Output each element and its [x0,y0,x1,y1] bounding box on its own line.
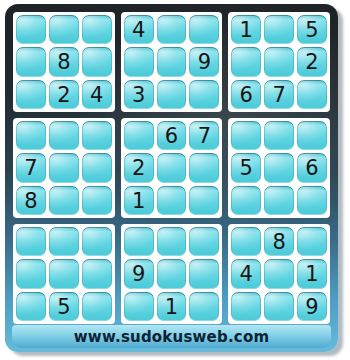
cell-digit: 8 [24,191,37,212]
cell-r7c2[interactable] [49,227,79,256]
sudoku-box-3: 15267 [228,12,330,112]
sudoku-box-1: 824 [13,12,115,112]
cell-digit: 8 [272,232,285,253]
cell-r3c1[interactable] [16,80,46,109]
cell-r6c4[interactable]: 1 [124,186,154,215]
cell-r2c7[interactable] [231,47,261,76]
sudoku-box-8: 91 [121,224,223,324]
sudoku-grid: 82449315267786721565918419 [13,12,330,324]
cell-r4c1[interactable] [16,121,46,150]
cell-r9c1[interactable] [16,292,46,321]
cell-r5c3[interactable] [82,153,112,182]
cell-r3c4[interactable]: 3 [124,80,154,109]
cell-r4c3[interactable] [82,121,112,150]
cell-r9c6[interactable] [189,292,219,321]
cell-r6c5[interactable] [157,186,187,215]
cell-r8c8[interactable] [264,259,294,288]
cell-r5c6[interactable] [189,153,219,182]
cell-r9c5[interactable]: 1 [157,292,187,321]
cell-digit: 2 [57,85,70,106]
cell-r7c5[interactable] [157,227,187,256]
cell-r9c2[interactable]: 5 [49,292,79,321]
footer-bar: www.sudokusweb.com [12,325,331,348]
cell-r8c3[interactable] [82,259,112,288]
cell-r6c7[interactable] [231,186,261,215]
cell-r2c5[interactable] [157,47,187,76]
cell-r5c5[interactable] [157,153,187,182]
cell-r4c9[interactable] [297,121,327,150]
cell-r6c2[interactable] [49,186,79,215]
cell-r5c9[interactable]: 6 [297,153,327,182]
cell-r3c7[interactable]: 6 [231,80,261,109]
cell-r1c8[interactable] [264,15,294,44]
page: 82449315267786721565918419 www.sudokuswe… [0,0,350,360]
cell-r8c1[interactable] [16,259,46,288]
cell-r7c1[interactable] [16,227,46,256]
cell-r3c2[interactable]: 2 [49,80,79,109]
cell-digit: 4 [240,264,253,285]
cell-r6c8[interactable] [264,186,294,215]
cell-r2c9[interactable]: 2 [297,47,327,76]
sudoku-box-6: 56 [228,118,330,218]
cell-r9c7[interactable] [231,292,261,321]
cell-r4c5[interactable]: 6 [157,121,187,150]
cell-r8c6[interactable] [189,259,219,288]
cell-r5c1[interactable]: 7 [16,153,46,182]
cell-r3c3[interactable]: 4 [82,80,112,109]
cell-digit: 6 [165,126,178,147]
cell-r1c7[interactable]: 1 [231,15,261,44]
site-url[interactable]: www.sudokusweb.com [74,328,269,346]
sudoku-box-2: 493 [121,12,223,112]
cell-r9c8[interactable] [264,292,294,321]
cell-r2c4[interactable] [124,47,154,76]
cell-r4c6[interactable]: 7 [189,121,219,150]
cell-r6c9[interactable] [297,186,327,215]
cell-digit: 2 [305,52,318,73]
cell-digit: 6 [305,158,318,179]
cell-r3c8[interactable]: 7 [264,80,294,109]
cell-r2c3[interactable] [82,47,112,76]
cell-digit: 3 [132,85,145,106]
cell-r1c2[interactable] [49,15,79,44]
cell-r2c2[interactable]: 8 [49,47,79,76]
cell-r6c6[interactable] [189,186,219,215]
cell-digit: 8 [57,52,70,73]
cell-digit: 2 [132,158,145,179]
cell-r9c3[interactable] [82,292,112,321]
cell-r7c9[interactable] [297,227,327,256]
cell-r8c9[interactable]: 1 [297,259,327,288]
cell-r5c2[interactable] [49,153,79,182]
cell-r1c4[interactable]: 4 [124,15,154,44]
cell-r2c6[interactable]: 9 [189,47,219,76]
sudoku-box-7: 5 [13,224,115,324]
cell-r8c4[interactable]: 9 [124,259,154,288]
cell-r2c8[interactable] [264,47,294,76]
cell-digit: 4 [90,85,103,106]
cell-r2c1[interactable] [16,47,46,76]
cell-r6c3[interactable] [82,186,112,215]
cell-r1c5[interactable] [157,15,187,44]
cell-r6c1[interactable]: 8 [16,186,46,215]
cell-r7c8[interactable]: 8 [264,227,294,256]
cell-r1c1[interactable] [16,15,46,44]
cell-r7c4[interactable] [124,227,154,256]
cell-r4c2[interactable] [49,121,79,150]
cell-r8c7[interactable]: 4 [231,259,261,288]
cell-r4c7[interactable] [231,121,261,150]
cell-r8c5[interactable] [157,259,187,288]
cell-r5c4[interactable]: 2 [124,153,154,182]
cell-digit: 5 [57,297,70,318]
cell-r8c2[interactable] [49,259,79,288]
sudoku-box-5: 6721 [121,118,223,218]
cell-r1c6[interactable] [189,15,219,44]
cell-r3c9[interactable] [297,80,327,109]
cell-digit: 1 [165,297,178,318]
cell-digit: 9 [198,52,211,73]
cell-digit: 7 [272,85,285,106]
cell-digit: 4 [132,20,145,41]
sudoku-box-9: 8419 [228,224,330,324]
cell-r5c8[interactable] [264,153,294,182]
cell-digit: 7 [24,158,37,179]
cell-r7c7[interactable] [231,227,261,256]
cell-digit: 1 [240,20,253,41]
cell-digit: 9 [132,264,145,285]
sudoku-box-4: 78 [13,118,115,218]
cell-r9c9[interactable]: 9 [297,292,327,321]
cell-digit: 1 [305,264,318,285]
cell-r5c7[interactable]: 5 [231,153,261,182]
cell-r4c4[interactable] [124,121,154,150]
sudoku-board: 82449315267786721565918419 www.sudokuswe… [5,4,338,352]
cell-r9c4[interactable] [124,292,154,321]
cell-r7c3[interactable] [82,227,112,256]
cell-digit: 6 [240,85,253,106]
cell-r3c5[interactable] [157,80,187,109]
cell-r1c3[interactable] [82,15,112,44]
cell-digit: 5 [240,158,253,179]
cell-r7c6[interactable] [189,227,219,256]
cell-digit: 1 [132,191,145,212]
cell-digit: 9 [305,297,318,318]
cell-r4c8[interactable] [264,121,294,150]
cell-r1c9[interactable]: 5 [297,15,327,44]
cell-digit: 7 [198,126,211,147]
cell-digit: 5 [305,20,318,41]
cell-r3c6[interactable] [189,80,219,109]
